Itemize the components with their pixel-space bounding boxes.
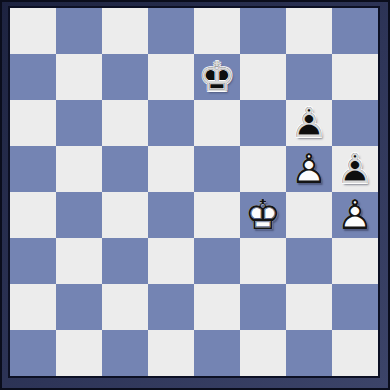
square-h7[interactable] bbox=[332, 54, 378, 100]
square-h5[interactable]: ♟♙ bbox=[332, 146, 378, 192]
square-d8[interactable] bbox=[148, 8, 194, 54]
pawn-glyph-outline: ♙ bbox=[332, 146, 378, 192]
white-pawn[interactable]: ♟♙ bbox=[286, 146, 332, 192]
square-d7[interactable] bbox=[148, 54, 194, 100]
square-h8[interactable] bbox=[332, 8, 378, 54]
square-f3[interactable] bbox=[240, 238, 286, 284]
square-b8[interactable] bbox=[56, 8, 102, 54]
square-e6[interactable] bbox=[194, 100, 240, 146]
square-d3[interactable] bbox=[148, 238, 194, 284]
square-b5[interactable] bbox=[56, 146, 102, 192]
square-a4[interactable] bbox=[10, 192, 56, 238]
square-g7[interactable] bbox=[286, 54, 332, 100]
square-c8[interactable] bbox=[102, 8, 148, 54]
square-e7[interactable]: ♚♔ bbox=[194, 54, 240, 100]
black-king[interactable]: ♚♔ bbox=[194, 54, 240, 100]
square-e5[interactable] bbox=[194, 146, 240, 192]
square-a8[interactable] bbox=[10, 8, 56, 54]
black-pawn[interactable]: ♟♙ bbox=[286, 100, 332, 146]
board-frame: ♚♔♟♙♟♙♟♙♚♔♟♙ bbox=[0, 0, 390, 390]
black-pawn[interactable]: ♟♙ bbox=[332, 146, 378, 192]
square-b7[interactable] bbox=[56, 54, 102, 100]
square-e2[interactable] bbox=[194, 284, 240, 330]
square-c4[interactable] bbox=[102, 192, 148, 238]
square-f6[interactable] bbox=[240, 100, 286, 146]
square-d5[interactable] bbox=[148, 146, 194, 192]
square-a2[interactable] bbox=[10, 284, 56, 330]
square-b3[interactable] bbox=[56, 238, 102, 284]
square-c3[interactable] bbox=[102, 238, 148, 284]
square-b4[interactable] bbox=[56, 192, 102, 238]
square-a6[interactable] bbox=[10, 100, 56, 146]
square-h3[interactable] bbox=[332, 238, 378, 284]
chess-board: ♚♔♟♙♟♙♟♙♚♔♟♙ bbox=[8, 6, 380, 378]
square-e8[interactable] bbox=[194, 8, 240, 54]
square-d6[interactable] bbox=[148, 100, 194, 146]
square-d4[interactable] bbox=[148, 192, 194, 238]
square-f2[interactable] bbox=[240, 284, 286, 330]
square-h6[interactable] bbox=[332, 100, 378, 146]
square-c1[interactable] bbox=[102, 330, 148, 376]
square-g1[interactable] bbox=[286, 330, 332, 376]
square-d1[interactable] bbox=[148, 330, 194, 376]
square-a1[interactable] bbox=[10, 330, 56, 376]
square-g3[interactable] bbox=[286, 238, 332, 284]
square-c6[interactable] bbox=[102, 100, 148, 146]
square-h1[interactable] bbox=[332, 330, 378, 376]
square-c5[interactable] bbox=[102, 146, 148, 192]
square-e3[interactable] bbox=[194, 238, 240, 284]
square-b2[interactable] bbox=[56, 284, 102, 330]
square-e4[interactable] bbox=[194, 192, 240, 238]
square-h2[interactable] bbox=[332, 284, 378, 330]
square-f7[interactable] bbox=[240, 54, 286, 100]
white-king[interactable]: ♚♔ bbox=[240, 192, 286, 238]
square-a3[interactable] bbox=[10, 238, 56, 284]
square-f4[interactable]: ♚♔ bbox=[240, 192, 286, 238]
pawn-glyph-outline: ♙ bbox=[286, 146, 332, 192]
square-g2[interactable] bbox=[286, 284, 332, 330]
square-g6[interactable]: ♟♙ bbox=[286, 100, 332, 146]
square-f8[interactable] bbox=[240, 8, 286, 54]
square-b1[interactable] bbox=[56, 330, 102, 376]
square-c7[interactable] bbox=[102, 54, 148, 100]
square-a5[interactable] bbox=[10, 146, 56, 192]
square-f5[interactable] bbox=[240, 146, 286, 192]
pawn-glyph-outline: ♙ bbox=[286, 100, 332, 146]
square-e1[interactable] bbox=[194, 330, 240, 376]
square-f1[interactable] bbox=[240, 330, 286, 376]
pawn-glyph-outline: ♙ bbox=[332, 192, 378, 238]
square-g4[interactable] bbox=[286, 192, 332, 238]
square-g5[interactable]: ♟♙ bbox=[286, 146, 332, 192]
king-glyph-outline: ♔ bbox=[194, 54, 240, 100]
square-d2[interactable] bbox=[148, 284, 194, 330]
square-b6[interactable] bbox=[56, 100, 102, 146]
square-a7[interactable] bbox=[10, 54, 56, 100]
king-glyph-outline: ♔ bbox=[240, 192, 286, 238]
square-g8[interactable] bbox=[286, 8, 332, 54]
square-c2[interactable] bbox=[102, 284, 148, 330]
square-h4[interactable]: ♟♙ bbox=[332, 192, 378, 238]
white-pawn[interactable]: ♟♙ bbox=[332, 192, 378, 238]
